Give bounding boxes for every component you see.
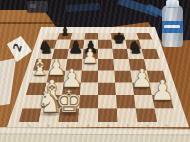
file-label-g: g [146,123,149,128]
file-label-f: f [127,123,128,128]
piece-white-pawn-d5[interactable]: ♟ [81,47,99,67]
piece-black-bishop-b8[interactable]: ♝ [60,26,70,37]
piece-black-knight-g6[interactable]: ♞ [128,39,143,56]
water-bottle-cap [166,0,179,8]
table-edge [0,22,62,24]
scene-photo: abcdefgh♝♚♞♟♟♞♟♝♟♟♟♝♟♞♚ 2 [0,0,190,142]
piece-white-king-c1[interactable]: ♚ [55,88,82,119]
piece-white-pawn-h2[interactable]: ♟ [150,77,175,105]
phone [27,1,48,12]
water-bottle-label [162,21,183,33]
stacked-board-sheet [0,133,190,142]
file-label-h: h [166,123,169,128]
piece-black-knight-a6[interactable]: ♞ [38,39,53,56]
piece-black-king-f7[interactable]: ♚ [113,31,126,45]
scoresheet [0,58,18,106]
